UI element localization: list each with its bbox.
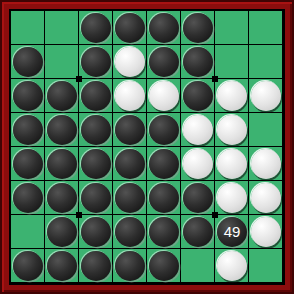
black-disc (115, 149, 145, 179)
cell-b5[interactable] (45, 147, 79, 181)
cell-h1[interactable] (249, 11, 283, 45)
black-disc (115, 183, 145, 213)
black-disc (81, 251, 111, 281)
black-disc (115, 217, 145, 247)
cell-e2[interactable] (147, 45, 181, 79)
cell-d8[interactable] (113, 249, 147, 283)
board: 49 (11, 11, 283, 283)
black-disc (149, 149, 179, 179)
black-disc (47, 149, 77, 179)
cell-g4[interactable] (215, 113, 249, 147)
cell-b2[interactable] (45, 45, 79, 79)
cell-c1[interactable] (79, 11, 113, 45)
white-disc (183, 149, 213, 179)
cell-f3[interactable] (181, 79, 215, 113)
white-disc (115, 81, 145, 111)
cell-g8[interactable] (215, 249, 249, 283)
white-disc (251, 149, 281, 179)
star-point (212, 212, 218, 218)
black-disc (81, 81, 111, 111)
white-disc (251, 217, 281, 247)
black-disc (183, 47, 213, 77)
star-point (76, 76, 82, 82)
cell-f1[interactable] (181, 11, 215, 45)
cell-g7[interactable]: 49 (215, 215, 249, 249)
white-disc (183, 115, 213, 145)
cell-d5[interactable] (113, 147, 147, 181)
cell-e1[interactable] (147, 11, 181, 45)
white-disc (251, 81, 281, 111)
cell-a6[interactable] (11, 181, 45, 215)
cell-h8[interactable] (249, 249, 283, 283)
cell-e6[interactable] (147, 181, 181, 215)
black-disc (47, 81, 77, 111)
white-disc (217, 115, 247, 145)
black-disc (13, 115, 43, 145)
cell-g5[interactable] (215, 147, 249, 181)
cell-d1[interactable] (113, 11, 147, 45)
cell-c2[interactable] (79, 45, 113, 79)
cell-e5[interactable] (147, 147, 181, 181)
cell-c4[interactable] (79, 113, 113, 147)
cell-g2[interactable] (215, 45, 249, 79)
white-disc (251, 183, 281, 213)
cell-c7[interactable] (79, 215, 113, 249)
cell-d6[interactable] (113, 181, 147, 215)
cell-a7[interactable] (11, 215, 45, 249)
cell-a1[interactable] (11, 11, 45, 45)
black-disc (47, 183, 77, 213)
cell-a5[interactable] (11, 147, 45, 181)
board-frame: 49 (0, 0, 294, 294)
cell-c5[interactable] (79, 147, 113, 181)
cell-b1[interactable] (45, 11, 79, 45)
star-point (76, 212, 82, 218)
cell-f5[interactable] (181, 147, 215, 181)
cell-a2[interactable] (11, 45, 45, 79)
black-disc (149, 183, 179, 213)
black-disc (115, 251, 145, 281)
black-disc (13, 47, 43, 77)
black-disc (183, 217, 213, 247)
move-number-label: 49 (224, 217, 241, 247)
board-border: 49 (9, 9, 285, 285)
white-disc (217, 183, 247, 213)
black-disc (81, 13, 111, 43)
black-disc (149, 47, 179, 77)
black-disc (149, 217, 179, 247)
cell-e4[interactable] (147, 113, 181, 147)
black-disc (149, 251, 179, 281)
cell-h5[interactable] (249, 147, 283, 181)
black-disc (47, 217, 77, 247)
white-disc (115, 47, 145, 77)
cell-a4[interactable] (11, 113, 45, 147)
cell-f7[interactable] (181, 215, 215, 249)
cell-a3[interactable] (11, 79, 45, 113)
black-disc (13, 81, 43, 111)
black-disc (81, 149, 111, 179)
cell-b8[interactable] (45, 249, 79, 283)
white-disc (149, 81, 179, 111)
cell-c3[interactable] (79, 79, 113, 113)
black-disc (149, 115, 179, 145)
cell-b3[interactable] (45, 79, 79, 113)
black-disc (47, 115, 77, 145)
cell-f6[interactable] (181, 181, 215, 215)
cell-g6[interactable] (215, 181, 249, 215)
cell-d3[interactable] (113, 79, 147, 113)
black-disc (13, 183, 43, 213)
cell-e7[interactable] (147, 215, 181, 249)
white-disc (217, 149, 247, 179)
black-disc: 49 (217, 217, 247, 247)
cell-c6[interactable] (79, 181, 113, 215)
black-disc (115, 115, 145, 145)
black-disc (81, 115, 111, 145)
black-disc (115, 13, 145, 43)
cell-h6[interactable] (249, 181, 283, 215)
black-disc (149, 13, 179, 43)
cell-g3[interactable] (215, 79, 249, 113)
cell-h4[interactable] (249, 113, 283, 147)
cell-h2[interactable] (249, 45, 283, 79)
cell-d7[interactable] (113, 215, 147, 249)
black-disc (183, 183, 213, 213)
white-disc (217, 81, 247, 111)
black-disc (13, 251, 43, 281)
black-disc (13, 149, 43, 179)
black-disc (81, 183, 111, 213)
cell-d2[interactable] (113, 45, 147, 79)
cell-h3[interactable] (249, 79, 283, 113)
cell-g1[interactable] (215, 11, 249, 45)
cell-c8[interactable] (79, 249, 113, 283)
cell-h7[interactable] (249, 215, 283, 249)
cell-b4[interactable] (45, 113, 79, 147)
cell-f2[interactable] (181, 45, 215, 79)
black-disc (81, 47, 111, 77)
cell-e3[interactable] (147, 79, 181, 113)
cell-e8[interactable] (147, 249, 181, 283)
black-disc (183, 81, 213, 111)
black-disc (47, 251, 77, 281)
white-disc (217, 251, 247, 281)
cell-f4[interactable] (181, 113, 215, 147)
cell-d4[interactable] (113, 113, 147, 147)
black-disc (183, 13, 213, 43)
cell-a8[interactable] (11, 249, 45, 283)
cell-b6[interactable] (45, 181, 79, 215)
black-disc (81, 217, 111, 247)
cell-f8[interactable] (181, 249, 215, 283)
cell-b7[interactable] (45, 215, 79, 249)
star-point (212, 76, 218, 82)
